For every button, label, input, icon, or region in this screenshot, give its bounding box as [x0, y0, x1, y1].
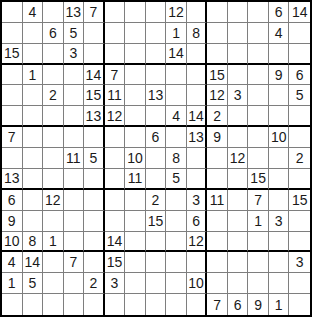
cell-r4c7-empty[interactable]: [125, 65, 146, 86]
cell-r2c15-empty[interactable]: [289, 23, 310, 44]
cell-r4c9-empty[interactable]: [166, 65, 187, 86]
cell-r7c2-empty[interactable]: [23, 127, 44, 148]
cell-r1c5-given: 7: [84, 2, 105, 23]
cell-r1c9-given: 12: [166, 2, 187, 23]
cell-r2c2-empty[interactable]: [23, 23, 44, 44]
cell-r13c7-empty[interactable]: [125, 252, 146, 273]
cell-r15c6-empty[interactable]: [105, 294, 126, 315]
cell-r6c5-given: 13: [84, 106, 105, 127]
cell-r5c14-empty[interactable]: [269, 85, 290, 106]
cell-r10c6-empty[interactable]: [105, 190, 126, 211]
cell-r7c6-empty[interactable]: [105, 127, 126, 148]
cell-r7c14-given: 10: [269, 127, 290, 148]
cell-r14c9-empty[interactable]: [166, 273, 187, 294]
cell-r12c13-empty[interactable]: [248, 232, 269, 253]
cell-r5c3-given: 2: [43, 85, 64, 106]
cell-r8c11-empty[interactable]: [207, 148, 228, 169]
cell-r4c10-empty[interactable]: [187, 65, 208, 86]
cell-r10c11-given: 11: [207, 190, 228, 211]
cell-r8c13-empty[interactable]: [248, 148, 269, 169]
cell-r6c4-empty[interactable]: [64, 106, 85, 127]
cell-r13c5-empty[interactable]: [84, 252, 105, 273]
cell-r1c12-empty[interactable]: [228, 2, 249, 23]
cell-r6c2-empty[interactable]: [23, 106, 44, 127]
cell-r9c11-empty[interactable]: [207, 169, 228, 190]
cell-r11c15-empty[interactable]: [289, 211, 310, 232]
cell-r3c4-given: 3: [64, 44, 85, 65]
cell-r15c8-empty[interactable]: [146, 294, 167, 315]
cell-r8c5-given: 5: [84, 148, 105, 169]
cell-r3c6-empty[interactable]: [105, 44, 126, 65]
cell-r15c7-empty[interactable]: [125, 294, 146, 315]
cell-r13c12-empty[interactable]: [228, 252, 249, 273]
cell-r5c7-empty[interactable]: [125, 85, 146, 106]
cell-r14c11-empty[interactable]: [207, 273, 228, 294]
cell-r13c8-empty[interactable]: [146, 252, 167, 273]
cell-r6c14-empty[interactable]: [269, 106, 290, 127]
cell-r9c1-given: 13: [2, 169, 23, 190]
cell-r4c8-empty[interactable]: [146, 65, 167, 86]
cell-r4c1-empty[interactable]: [2, 65, 23, 86]
cell-r1c15-given: 14: [289, 2, 310, 23]
cell-r7c13-empty[interactable]: [248, 127, 269, 148]
cell-r10c1-given: 6: [2, 190, 23, 211]
cell-r11c3-empty[interactable]: [43, 211, 64, 232]
cell-r7c5-empty[interactable]: [84, 127, 105, 148]
cell-r6c1-empty[interactable]: [2, 106, 23, 127]
cell-r5c9-empty[interactable]: [166, 85, 187, 106]
cell-r11c13-given: 1: [248, 211, 269, 232]
cell-r1c13-empty[interactable]: [248, 2, 269, 23]
cell-r9c6-empty[interactable]: [105, 169, 126, 190]
cell-r5c6-given: 11: [105, 85, 126, 106]
cell-r5c12-given: 3: [228, 85, 249, 106]
cell-r5c2-empty[interactable]: [23, 85, 44, 106]
cell-r8c4-given: 11: [64, 148, 85, 169]
cell-r4c2-given: 1: [23, 65, 44, 86]
cell-r1c2-given: 4: [23, 2, 44, 23]
cell-r2c3-given: 6: [43, 23, 64, 44]
cell-r9c3-empty[interactable]: [43, 169, 64, 190]
cell-r15c5-empty[interactable]: [84, 294, 105, 315]
cell-r1c10-empty[interactable]: [187, 2, 208, 23]
cell-r3c12-empty[interactable]: [228, 44, 249, 65]
cell-r14c4-empty[interactable]: [64, 273, 85, 294]
cell-r5c1-empty[interactable]: [2, 85, 23, 106]
cell-r1c3-empty[interactable]: [43, 2, 64, 23]
cell-r10c8-given: 2: [146, 190, 167, 211]
cell-r9c4-empty[interactable]: [64, 169, 85, 190]
cell-r6c6-given: 12: [105, 106, 126, 127]
cell-r9c5-empty[interactable]: [84, 169, 105, 190]
cell-r7c1-given: 7: [2, 127, 23, 148]
cell-r2c6-empty[interactable]: [105, 23, 126, 44]
cell-r5c10-empty[interactable]: [187, 85, 208, 106]
cell-r9c14-empty[interactable]: [269, 169, 290, 190]
cell-r3c13-empty[interactable]: [248, 44, 269, 65]
cell-r9c7-given: 11: [125, 169, 146, 190]
cell-r14c13-empty[interactable]: [248, 273, 269, 294]
cell-r11c2-empty[interactable]: [23, 211, 44, 232]
cell-r13c2-given: 14: [23, 252, 44, 273]
cell-r9c13-given: 15: [248, 169, 269, 190]
cell-r7c7-empty[interactable]: [125, 127, 146, 148]
cell-r9c10-empty[interactable]: [187, 169, 208, 190]
cell-r9c12-empty[interactable]: [228, 169, 249, 190]
cell-r15c2-empty[interactable]: [23, 294, 44, 315]
cell-r2c9-given: 1: [166, 23, 187, 44]
cell-r15c3-empty[interactable]: [43, 294, 64, 315]
cell-r15c11-given: 7: [207, 294, 228, 315]
cell-r15c9-empty[interactable]: [166, 294, 187, 315]
cell-r1c1-empty[interactable]: [2, 2, 23, 23]
cell-r12c6-given: 14: [105, 232, 126, 253]
cell-r10c5-empty[interactable]: [84, 190, 105, 211]
cell-r13c4-given: 7: [64, 252, 85, 273]
cell-r12c1-given: 10: [2, 232, 23, 253]
cell-r1c8-empty[interactable]: [146, 2, 167, 23]
cell-r2c7-empty[interactable]: [125, 23, 146, 44]
cell-r2c12-empty[interactable]: [228, 23, 249, 44]
cell-r11c1-given: 9: [2, 211, 23, 232]
cell-r8c14-empty[interactable]: [269, 148, 290, 169]
cell-r1c6-empty[interactable]: [105, 2, 126, 23]
cell-r11c14-given: 3: [269, 211, 290, 232]
cell-r14c15-empty[interactable]: [289, 273, 310, 294]
cell-r2c10-given: 8: [187, 23, 208, 44]
cell-r6c15-empty[interactable]: [289, 106, 310, 127]
cell-r8c3-empty[interactable]: [43, 148, 64, 169]
cell-r2c14-given: 4: [269, 23, 290, 44]
cell-r4c13-empty[interactable]: [248, 65, 269, 86]
cell-r2c13-empty[interactable]: [248, 23, 269, 44]
cell-r4c3-empty[interactable]: [43, 65, 64, 86]
cell-r4c6-given: 7: [105, 65, 126, 86]
cell-r7c15-empty[interactable]: [289, 127, 310, 148]
cell-r14c7-empty[interactable]: [125, 273, 146, 294]
cell-r14c1-given: 1: [2, 273, 23, 294]
cell-r11c11-empty[interactable]: [207, 211, 228, 232]
cell-r11c4-empty[interactable]: [64, 211, 85, 232]
cell-r6c10-given: 14: [187, 106, 208, 127]
cell-r14c10-given: 10: [187, 273, 208, 294]
cell-r8c8-empty[interactable]: [146, 148, 167, 169]
cell-r10c7-empty[interactable]: [125, 190, 146, 211]
cell-r14c3-empty[interactable]: [43, 273, 64, 294]
cell-r5c11-given: 12: [207, 85, 228, 106]
cell-r1c4-given: 13: [64, 2, 85, 23]
cell-r12c2-given: 8: [23, 232, 44, 253]
cell-r7c8-given: 6: [146, 127, 167, 148]
cell-r10c4-empty[interactable]: [64, 190, 85, 211]
cell-r9c2-empty[interactable]: [23, 169, 44, 190]
cell-r11c12-empty[interactable]: [228, 211, 249, 232]
cell-r3c14-empty[interactable]: [269, 44, 290, 65]
cell-r11c9-empty[interactable]: [166, 211, 187, 232]
cell-r14c6-given: 3: [105, 273, 126, 294]
cell-r13c6-given: 15: [105, 252, 126, 273]
cell-r9c9-given: 5: [166, 169, 187, 190]
cell-r6c3-empty[interactable]: [43, 106, 64, 127]
cell-r4c14-given: 9: [269, 65, 290, 86]
cell-r5c5-given: 15: [84, 85, 105, 106]
cell-r6c8-empty[interactable]: [146, 106, 167, 127]
cell-r3c10-empty[interactable]: [187, 44, 208, 65]
cell-r8c15-given: 2: [289, 148, 310, 169]
cell-r11c6-empty[interactable]: [105, 211, 126, 232]
cell-r12c8-empty[interactable]: [146, 232, 167, 253]
cell-r14c5-given: 2: [84, 273, 105, 294]
cell-r3c2-empty[interactable]: [23, 44, 44, 65]
cell-r4c15-given: 6: [289, 65, 310, 86]
cell-r4c12-empty[interactable]: [228, 65, 249, 86]
cell-r12c4-empty[interactable]: [64, 232, 85, 253]
cell-r4c11-given: 15: [207, 65, 228, 86]
cell-r1c7-empty[interactable]: [125, 2, 146, 23]
cell-r10c14-empty[interactable]: [269, 190, 290, 211]
sudoku-board: 4137126146518415314114715962151113123513…: [0, 0, 312, 317]
cell-r3c7-empty[interactable]: [125, 44, 146, 65]
cell-r5c4-empty[interactable]: [64, 85, 85, 106]
cell-r13c11-empty[interactable]: [207, 252, 228, 273]
cell-r15c10-empty[interactable]: [187, 294, 208, 315]
cell-r3c3-empty[interactable]: [43, 44, 64, 65]
cell-r7c4-empty[interactable]: [64, 127, 85, 148]
cell-r12c5-empty[interactable]: [84, 232, 105, 253]
cell-r10c13-given: 7: [248, 190, 269, 211]
cell-r12c7-empty[interactable]: [125, 232, 146, 253]
cell-r6c9-given: 4: [166, 106, 187, 127]
cell-r12c15-empty[interactable]: [289, 232, 310, 253]
cell-r13c14-empty[interactable]: [269, 252, 290, 273]
cell-r7c3-empty[interactable]: [43, 127, 64, 148]
cell-r13c1-given: 4: [2, 252, 23, 273]
cell-r1c11-empty[interactable]: [207, 2, 228, 23]
cell-r8c6-empty[interactable]: [105, 148, 126, 169]
cell-r15c15-empty[interactable]: [289, 294, 310, 315]
cell-r13c9-empty[interactable]: [166, 252, 187, 273]
cell-r14c8-empty[interactable]: [146, 273, 167, 294]
cell-r13c15-given: 3: [289, 252, 310, 273]
cell-r3c11-empty[interactable]: [207, 44, 228, 65]
cell-r6c13-empty[interactable]: [248, 106, 269, 127]
cell-r10c9-empty[interactable]: [166, 190, 187, 211]
cell-r9c15-empty[interactable]: [289, 169, 310, 190]
cell-r8c9-given: 8: [166, 148, 187, 169]
cell-r12c10-given: 12: [187, 232, 208, 253]
cell-r5c8-given: 13: [146, 85, 167, 106]
cell-r3c5-empty[interactable]: [84, 44, 105, 65]
cell-r6c7-empty[interactable]: [125, 106, 146, 127]
cell-r12c11-empty[interactable]: [207, 232, 228, 253]
cell-r6c12-empty[interactable]: [228, 106, 249, 127]
cell-r13c13-empty[interactable]: [248, 252, 269, 273]
cell-r8c7-given: 10: [125, 148, 146, 169]
cell-r15c12-given: 6: [228, 294, 249, 315]
cell-r3c8-empty[interactable]: [146, 44, 167, 65]
cell-r10c3-given: 12: [43, 190, 64, 211]
cell-r2c8-empty[interactable]: [146, 23, 167, 44]
cell-r9c8-empty[interactable]: [146, 169, 167, 190]
cell-r6c11-given: 2: [207, 106, 228, 127]
cell-r7c9-empty[interactable]: [166, 127, 187, 148]
cell-r1c14-given: 6: [269, 2, 290, 23]
cell-r11c5-empty[interactable]: [84, 211, 105, 232]
cell-r4c5-given: 14: [84, 65, 105, 86]
cell-r7c11-given: 9: [207, 127, 228, 148]
cell-r2c11-empty[interactable]: [207, 23, 228, 44]
cell-r7c12-empty[interactable]: [228, 127, 249, 148]
cell-r12c12-empty[interactable]: [228, 232, 249, 253]
cell-r2c5-empty[interactable]: [84, 23, 105, 44]
cell-r15c1-empty[interactable]: [2, 294, 23, 315]
cell-r7c10-given: 13: [187, 127, 208, 148]
cell-r11c8-given: 15: [146, 211, 167, 232]
cell-r10c10-given: 3: [187, 190, 208, 211]
cell-r12c3-given: 1: [43, 232, 64, 253]
cell-r10c2-empty[interactable]: [23, 190, 44, 211]
cell-r10c12-empty[interactable]: [228, 190, 249, 211]
cell-r14c14-empty[interactable]: [269, 273, 290, 294]
cell-r8c1-empty[interactable]: [2, 148, 23, 169]
cell-r11c10-given: 6: [187, 211, 208, 232]
cell-r8c12-given: 12: [228, 148, 249, 169]
cell-r12c9-empty[interactable]: [166, 232, 187, 253]
cell-r5c13-empty[interactable]: [248, 85, 269, 106]
cell-r13c10-empty[interactable]: [187, 252, 208, 273]
cell-r11c7-empty[interactable]: [125, 211, 146, 232]
cell-r14c12-empty[interactable]: [228, 273, 249, 294]
cell-r3c1-given: 15: [2, 44, 23, 65]
cell-r8c2-empty[interactable]: [23, 148, 44, 169]
cell-r2c1-empty[interactable]: [2, 23, 23, 44]
cell-r3c15-empty[interactable]: [289, 44, 310, 65]
cell-r15c13-given: 9: [248, 294, 269, 315]
cell-r8c10-empty[interactable]: [187, 148, 208, 169]
cell-r3c9-given: 14: [166, 44, 187, 65]
cell-r14c2-given: 5: [23, 273, 44, 294]
cell-r2c4-given: 5: [64, 23, 85, 44]
cell-r15c4-empty[interactable]: [64, 294, 85, 315]
cell-r13c3-empty[interactable]: [43, 252, 64, 273]
cell-r5c15-given: 5: [289, 85, 310, 106]
cell-r10c15-given: 15: [289, 190, 310, 211]
cell-r15c14-given: 1: [269, 294, 290, 315]
cell-r12c14-empty[interactable]: [269, 232, 290, 253]
cell-r4c4-empty[interactable]: [64, 65, 85, 86]
